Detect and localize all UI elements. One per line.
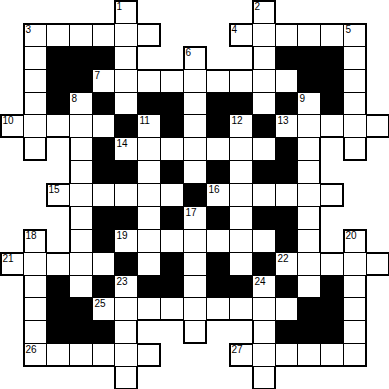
letter-square-r4c11[interactable] (252, 92, 276, 115)
block-square-r2c2 (46, 46, 70, 70)
letter-square-r13c10[interactable] (229, 297, 253, 321)
letter-square-r6c5[interactable]: 14 (114, 137, 138, 161)
letter-square-r16c11[interactable] (252, 366, 276, 389)
letter-square-r1c3[interactable] (69, 23, 93, 47)
clue-number-11: 11 (140, 115, 150, 126)
letter-square-r2c11[interactable] (252, 46, 276, 70)
block-square-r12c12 (275, 275, 298, 298)
letter-square-r13c12[interactable] (275, 297, 298, 321)
letter-square-r11c3[interactable] (69, 252, 93, 276)
letter-square-r8c10[interactable] (229, 183, 253, 207)
letter-square-r11c16[interactable] (366, 252, 389, 276)
letter-square-r11c6[interactable] (137, 252, 161, 276)
letter-square-r10c11[interactable] (252, 229, 276, 253)
block-square-r3c14 (320, 69, 344, 93)
block-square-r4c14 (320, 92, 344, 115)
letter-square-r10c13[interactable] (297, 229, 321, 253)
letter-square-r15c4[interactable] (92, 343, 115, 367)
block-square-r13c14 (320, 297, 344, 321)
letter-square-r11c2[interactable] (46, 252, 70, 276)
block-square-r2c3 (69, 46, 93, 70)
block-square-r4c4 (92, 92, 115, 115)
block-square-r7c11 (252, 160, 276, 184)
letter-square-r6c10[interactable] (229, 137, 253, 161)
letter-square-r4c15[interactable] (343, 92, 367, 115)
letter-square-r14c5[interactable] (114, 320, 138, 344)
clue-number-22: 22 (278, 253, 289, 264)
letter-square-r5c0[interactable]: 10 (0, 114, 24, 138)
letter-square-r8c7[interactable] (160, 183, 184, 207)
clue-number-20: 20 (346, 230, 357, 241)
letter-square-r13c5[interactable] (114, 297, 138, 321)
block-square-r2c13 (297, 46, 321, 70)
letter-square-r7c3[interactable] (69, 160, 93, 184)
letter-square-r11c1[interactable] (23, 252, 47, 276)
clue-number-5: 5 (346, 24, 352, 35)
letter-square-r3c4[interactable]: 7 (92, 69, 115, 93)
letter-square-r3c12[interactable] (275, 69, 298, 93)
letter-square-r5c8[interactable] (183, 114, 207, 138)
block-square-r5c7 (160, 114, 184, 138)
clue-number-26: 26 (26, 344, 37, 355)
clue-number-13: 13 (278, 115, 289, 126)
letter-square-r7c10[interactable] (229, 160, 253, 184)
crossword-board: 1234567891011121314151617181920212223242… (0, 0, 389, 389)
letter-square-r1c14[interactable] (320, 23, 344, 47)
block-square-r3c3 (69, 69, 93, 93)
block-square-r14c2 (46, 320, 70, 344)
block-square-r9c12 (275, 206, 298, 230)
letter-square-r14c15[interactable] (343, 320, 367, 344)
letter-square-r15c13[interactable] (297, 343, 321, 367)
letter-square-r8c12[interactable] (275, 183, 298, 207)
clue-number-16: 16 (209, 184, 220, 195)
letter-square-r15c10[interactable]: 27 (229, 343, 253, 367)
letter-square-r9c13[interactable] (297, 206, 321, 230)
letter-square-r4c1[interactable] (23, 92, 47, 115)
clue-number-15: 15 (49, 184, 60, 195)
letter-square-r16c5[interactable] (114, 366, 138, 389)
letter-square-r12c8[interactable] (183, 275, 207, 298)
letter-square-r5c15[interactable] (343, 114, 367, 138)
letter-square-r2c8[interactable]: 6 (183, 46, 207, 70)
letter-square-r12c11[interactable]: 24 (252, 275, 276, 298)
block-square-r4c9 (206, 92, 230, 115)
letter-square-r11c14[interactable] (320, 252, 344, 276)
letter-square-r3c8[interactable] (183, 69, 207, 93)
block-square-r3c2 (46, 69, 70, 93)
letter-square-r12c15[interactable] (343, 275, 367, 298)
letter-square-r11c15[interactable] (343, 252, 367, 276)
block-square-r6c12 (275, 137, 298, 161)
letter-square-r14c1[interactable] (23, 320, 47, 344)
letter-square-r6c13[interactable] (297, 137, 321, 161)
block-square-r7c9 (206, 160, 230, 184)
letter-square-r7c13[interactable] (297, 160, 321, 184)
block-square-r9c7 (160, 206, 184, 230)
clue-number-6: 6 (186, 47, 192, 58)
letter-square-r1c11[interactable] (252, 23, 276, 47)
letter-square-r10c5[interactable]: 19 (114, 229, 138, 253)
letter-square-r6c3[interactable] (69, 137, 93, 161)
letter-square-r5c1[interactable] (23, 114, 47, 138)
letter-square-r15c14[interactable] (320, 343, 344, 367)
block-square-r14c14 (320, 320, 344, 344)
block-square-r13c13 (297, 297, 321, 321)
letter-square-r15c2[interactable] (46, 343, 70, 367)
block-square-r10c12 (275, 229, 298, 253)
clue-number-9: 9 (300, 93, 306, 104)
letter-square-r1c5[interactable] (114, 23, 138, 47)
letter-square-r5c6[interactable]: 11 (137, 114, 161, 138)
block-square-r11c11 (252, 252, 276, 276)
letter-square-r3c6[interactable] (137, 69, 161, 93)
letter-square-r1c1[interactable]: 3 (23, 23, 47, 47)
block-square-r14c12 (275, 320, 298, 344)
clue-number-8: 8 (72, 93, 78, 104)
block-square-r7c5 (114, 160, 138, 184)
letter-square-r9c10[interactable] (229, 206, 253, 230)
block-square-r2c4 (92, 46, 115, 70)
block-square-r7c12 (275, 160, 298, 184)
letter-square-r10c6[interactable] (137, 229, 161, 253)
block-square-r14c3 (69, 320, 93, 344)
block-square-r13c2 (46, 297, 70, 321)
letter-square-r3c10[interactable] (229, 69, 253, 93)
letter-square-r6c15[interactable] (343, 137, 367, 161)
block-square-r6c4 (92, 137, 115, 161)
block-square-r5c11 (252, 114, 276, 138)
clue-number-10: 10 (3, 115, 14, 126)
block-square-r8c8 (183, 183, 207, 207)
clue-number-18: 18 (26, 230, 37, 241)
block-square-r12c6 (137, 275, 161, 298)
letter-square-r15c3[interactable] (69, 343, 93, 367)
letter-square-r6c1[interactable] (23, 137, 47, 161)
letter-square-r13c15[interactable] (343, 297, 367, 321)
letter-square-r14c8[interactable] (183, 320, 207, 344)
block-square-r4c12 (275, 92, 298, 115)
block-square-r4c2 (46, 92, 70, 115)
block-square-r14c13 (297, 320, 321, 344)
letter-square-r15c6[interactable] (137, 343, 161, 367)
block-square-r5c9 (206, 114, 230, 138)
block-square-r9c5 (114, 206, 138, 230)
letter-square-r5c10[interactable]: 12 (229, 114, 253, 138)
letter-square-r7c8[interactable] (183, 160, 207, 184)
block-square-r12c9 (206, 275, 230, 298)
block-square-r9c11 (252, 206, 276, 230)
letter-square-r5c13[interactable] (297, 114, 321, 138)
clue-number-19: 19 (117, 230, 128, 241)
letter-square-r6c9[interactable] (206, 137, 230, 161)
letter-square-r1c6[interactable] (137, 23, 161, 47)
letter-square-r7c6[interactable] (137, 160, 161, 184)
block-square-r12c2 (46, 275, 70, 298)
letter-square-r14c11[interactable] (252, 320, 276, 344)
letter-square-r1c13[interactable] (297, 23, 321, 47)
clue-number-24: 24 (255, 276, 266, 287)
letter-square-r13c11[interactable] (252, 297, 276, 321)
letter-square-r5c2[interactable] (46, 114, 70, 138)
letter-square-r6c8[interactable] (183, 137, 207, 161)
clue-number-7: 7 (95, 70, 101, 81)
clue-number-1: 1 (117, 1, 123, 12)
clue-number-21: 21 (3, 253, 14, 264)
letter-square-r9c8[interactable]: 17 (183, 206, 207, 230)
block-square-r12c4 (92, 275, 115, 298)
letter-square-r12c1[interactable] (23, 275, 47, 298)
letter-square-r10c3[interactable] (69, 229, 93, 253)
letter-square-r10c7[interactable] (160, 229, 184, 253)
block-square-r7c7 (160, 160, 184, 184)
letter-square-r1c10[interactable]: 4 (229, 23, 253, 47)
letter-square-r4c5[interactable] (114, 92, 138, 115)
block-square-r11c9 (206, 252, 230, 276)
letter-square-r13c1[interactable] (23, 297, 47, 321)
letter-square-r8c6[interactable] (137, 183, 161, 207)
letter-square-r11c10[interactable] (229, 252, 253, 276)
block-square-r12c14 (320, 275, 344, 298)
letter-square-r8c3[interactable] (69, 183, 93, 207)
block-square-r12c10 (229, 275, 253, 298)
letter-square-r4c3[interactable]: 8 (69, 92, 93, 115)
block-square-r5c5 (114, 114, 138, 138)
letter-square-r4c8[interactable] (183, 92, 207, 115)
letter-square-r15c11[interactable] (252, 343, 276, 367)
letter-square-r8c9[interactable]: 16 (206, 183, 230, 207)
clue-number-12: 12 (232, 115, 243, 126)
letter-square-r10c1[interactable]: 18 (23, 229, 47, 253)
block-square-r12c7 (160, 275, 184, 298)
letter-square-r13c6[interactable] (137, 297, 161, 321)
block-square-r7c4 (92, 160, 115, 184)
letter-square-r15c5[interactable] (114, 343, 138, 367)
letter-square-r3c9[interactable] (206, 69, 230, 93)
letter-square-r8c11[interactable] (252, 183, 276, 207)
letter-square-r11c4[interactable] (92, 252, 115, 276)
letter-square-r0c5[interactable]: 1 (114, 0, 138, 24)
letter-square-r1c4[interactable] (92, 23, 115, 47)
letter-square-r15c12[interactable] (275, 343, 298, 367)
letter-square-r8c14[interactable] (320, 183, 344, 207)
block-square-r10c4 (92, 229, 115, 253)
letter-square-r5c4[interactable] (92, 114, 115, 138)
letter-square-r3c7[interactable] (160, 69, 184, 93)
letter-square-r6c6[interactable] (137, 137, 161, 161)
clue-number-3: 3 (26, 24, 32, 35)
letter-square-r6c11[interactable] (252, 137, 276, 161)
clue-number-17: 17 (186, 207, 197, 218)
letter-square-r15c1[interactable]: 26 (23, 343, 47, 367)
letter-square-r1c12[interactable] (275, 23, 298, 47)
block-square-r9c4 (92, 206, 115, 230)
letter-square-r10c9[interactable] (206, 229, 230, 253)
letter-square-r10c15[interactable]: 20 (343, 229, 367, 253)
letter-square-r11c8[interactable] (183, 252, 207, 276)
letter-square-r6c7[interactable] (160, 137, 184, 161)
letter-square-r15c15[interactable] (343, 343, 367, 367)
letter-square-r12c3[interactable] (69, 275, 93, 298)
letter-square-r8c2[interactable]: 15 (46, 183, 70, 207)
letter-square-r10c10[interactable] (229, 229, 253, 253)
letter-square-r3c15[interactable] (343, 69, 367, 93)
block-square-r11c7 (160, 252, 184, 276)
letter-square-r1c2[interactable] (46, 23, 70, 47)
block-square-r2c12 (275, 46, 298, 70)
letter-square-r5c14[interactable] (320, 114, 344, 138)
block-square-r4c10 (229, 92, 253, 115)
letter-square-r5c12[interactable]: 13 (275, 114, 298, 138)
clue-number-2: 2 (255, 1, 261, 12)
letter-square-r3c1[interactable] (23, 69, 47, 93)
letter-square-r13c4[interactable]: 25 (92, 297, 115, 321)
letter-square-r10c8[interactable] (183, 229, 207, 253)
letter-square-r2c5[interactable] (114, 46, 138, 70)
letter-square-r9c6[interactable] (137, 206, 161, 230)
letter-square-r11c13[interactable] (297, 252, 321, 276)
clue-number-14: 14 (117, 138, 128, 149)
letter-square-r3c11[interactable] (252, 69, 276, 93)
letter-square-r2c15[interactable] (343, 46, 367, 70)
block-square-r3c13 (297, 69, 321, 93)
letter-square-r12c13[interactable] (297, 275, 321, 298)
letter-square-r11c12[interactable]: 22 (275, 252, 298, 276)
block-square-r14c4 (92, 320, 115, 344)
letter-square-r13c8[interactable] (183, 297, 207, 321)
letter-square-r12c5[interactable]: 23 (114, 275, 138, 298)
letter-square-r9c3[interactable] (69, 206, 93, 230)
letter-square-r11c0[interactable]: 21 (0, 252, 24, 276)
letter-square-r8c13[interactable] (297, 183, 321, 207)
letter-square-r0c11[interactable]: 2 (252, 0, 276, 24)
clue-number-23: 23 (117, 276, 128, 287)
letter-square-r13c7[interactable] (160, 297, 184, 321)
letter-square-r1c15[interactable]: 5 (343, 23, 367, 47)
block-square-r13c3 (69, 297, 93, 321)
block-square-r2c14 (320, 46, 344, 70)
letter-square-r3c5[interactable] (114, 69, 138, 93)
letter-square-r8c5[interactable] (114, 183, 138, 207)
letter-square-r4c13[interactable]: 9 (297, 92, 321, 115)
letter-square-r2c1[interactable] (23, 46, 47, 70)
clue-number-27: 27 (232, 344, 243, 355)
letter-square-r5c3[interactable] (69, 114, 93, 138)
letter-square-r5c16[interactable] (366, 114, 389, 138)
clue-number-4: 4 (232, 24, 238, 35)
clue-number-25: 25 (95, 298, 106, 309)
letter-square-r8c4[interactable] (92, 183, 115, 207)
block-square-r9c9 (206, 206, 230, 230)
block-square-r11c5 (114, 252, 138, 276)
block-square-r4c6 (137, 92, 161, 115)
block-square-r4c7 (160, 92, 184, 115)
letter-square-r13c9[interactable] (206, 297, 230, 321)
